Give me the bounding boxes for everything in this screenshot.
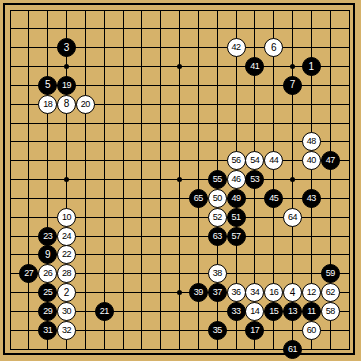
stone-18-white[interactable]: 18: [38, 95, 57, 114]
stone-15-black[interactable]: 15: [264, 302, 283, 321]
stone-51-black[interactable]: 51: [227, 208, 246, 227]
stone-20-white[interactable]: 20: [76, 95, 95, 114]
grid-line-horizontal: [10, 198, 350, 199]
stone-7-black[interactable]: 7: [283, 76, 302, 95]
stone-42-white[interactable]: 42: [227, 38, 246, 57]
stone-57-black[interactable]: 57: [227, 227, 246, 246]
stone-55-black[interactable]: 55: [208, 170, 227, 189]
stone-65-black[interactable]: 65: [189, 189, 208, 208]
stone-58-white[interactable]: 58: [321, 302, 340, 321]
stone-36-white[interactable]: 36: [227, 283, 246, 302]
stone-47-black[interactable]: 47: [321, 151, 340, 170]
star-point: [177, 290, 182, 295]
stone-43-black[interactable]: 43: [302, 189, 321, 208]
stone-62-white[interactable]: 62: [321, 283, 340, 302]
stone-13-black[interactable]: 13: [283, 302, 302, 321]
stone-35-black[interactable]: 35: [208, 321, 227, 340]
stone-50-white[interactable]: 50: [208, 189, 227, 208]
star-point: [64, 177, 69, 182]
stone-23-black[interactable]: 23: [38, 227, 57, 246]
stone-32-white[interactable]: 32: [57, 321, 76, 340]
grid-line-vertical: [349, 10, 350, 350]
stone-63-black[interactable]: 63: [208, 227, 227, 246]
stone-10-white[interactable]: 10: [57, 208, 76, 227]
stone-17-black[interactable]: 17: [245, 321, 264, 340]
stone-21-black[interactable]: 21: [95, 302, 114, 321]
stone-49-black[interactable]: 49: [227, 189, 246, 208]
stone-37-black[interactable]: 37: [208, 283, 227, 302]
stone-52-white[interactable]: 52: [208, 208, 227, 227]
stone-29-black[interactable]: 29: [38, 302, 57, 321]
stone-60-white[interactable]: 60: [302, 321, 321, 340]
stone-8-white[interactable]: 8: [57, 95, 76, 114]
stone-39-black[interactable]: 39: [189, 283, 208, 302]
stone-33-black[interactable]: 33: [227, 302, 246, 321]
stone-1-black[interactable]: 1: [302, 57, 321, 76]
star-point: [177, 177, 182, 182]
stone-4-white[interactable]: 4: [283, 283, 302, 302]
star-point: [290, 64, 295, 69]
go-board[interactable]: 1234567891011121314151617181920212223242…: [0, 0, 361, 361]
stone-64-white[interactable]: 64: [283, 208, 302, 227]
star-point: [290, 177, 295, 182]
stone-45-black[interactable]: 45: [264, 189, 283, 208]
stone-12-white[interactable]: 12: [302, 283, 321, 302]
stone-5-black[interactable]: 5: [38, 76, 57, 95]
star-point: [64, 64, 69, 69]
stone-40-white[interactable]: 40: [302, 151, 321, 170]
star-point: [177, 64, 182, 69]
stone-30-white[interactable]: 30: [57, 302, 76, 321]
stone-61-black[interactable]: 61: [283, 340, 302, 359]
stone-56-white[interactable]: 56: [227, 151, 246, 170]
stone-59-black[interactable]: 59: [321, 264, 340, 283]
stone-24-white[interactable]: 24: [57, 227, 76, 246]
stone-46-white[interactable]: 46: [227, 170, 246, 189]
stone-11-black[interactable]: 11: [302, 302, 321, 321]
stone-38-white[interactable]: 38: [208, 264, 227, 283]
stone-19-black[interactable]: 19: [57, 76, 76, 95]
stone-31-black[interactable]: 31: [38, 321, 57, 340]
stone-2-white[interactable]: 2: [57, 283, 76, 302]
